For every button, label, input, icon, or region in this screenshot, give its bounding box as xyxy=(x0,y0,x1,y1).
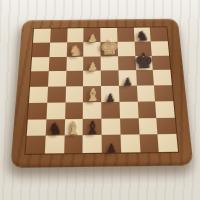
square-a3[interactable] xyxy=(28,102,47,119)
square-a2[interactable] xyxy=(27,119,47,136)
square-e3[interactable] xyxy=(101,102,120,119)
square-e8[interactable] xyxy=(100,28,117,42)
square-a8[interactable] xyxy=(33,29,51,43)
square-g7[interactable] xyxy=(134,41,152,55)
square-h1[interactable] xyxy=(158,134,178,152)
square-f5[interactable]: ♟ xyxy=(118,70,136,85)
square-g3[interactable] xyxy=(137,101,156,118)
square-a4[interactable] xyxy=(29,87,48,103)
square-h6[interactable] xyxy=(152,55,170,70)
square-f2[interactable] xyxy=(120,118,139,135)
square-b5[interactable] xyxy=(48,71,66,86)
square-b1[interactable] xyxy=(45,136,65,154)
square-b7[interactable] xyxy=(49,42,67,56)
square-a6[interactable] xyxy=(31,57,49,72)
square-d1[interactable] xyxy=(83,135,102,153)
square-h8[interactable] xyxy=(150,27,168,41)
square-d8[interactable]: ♟ xyxy=(84,28,101,42)
square-b4[interactable] xyxy=(47,86,66,102)
square-d3[interactable] xyxy=(83,102,101,119)
square-g4[interactable] xyxy=(136,85,155,101)
square-d2[interactable]: ♝ xyxy=(83,118,102,135)
square-g6[interactable]: ♚ xyxy=(135,55,153,70)
square-g2[interactable] xyxy=(138,117,158,134)
square-c3[interactable] xyxy=(65,102,84,119)
square-a7[interactable] xyxy=(32,42,50,56)
square-d5[interactable] xyxy=(83,71,101,86)
square-f4[interactable] xyxy=(119,86,138,102)
photo-background: ♟♞♞♚♟♚♟♝♟♞♝♝♟ xyxy=(0,0,200,200)
square-g1[interactable] xyxy=(139,134,159,152)
square-b3[interactable] xyxy=(46,102,65,119)
square-c4[interactable] xyxy=(65,86,83,102)
square-e6[interactable] xyxy=(101,56,119,71)
square-d6[interactable]: ♟ xyxy=(83,56,100,71)
square-h4[interactable] xyxy=(154,85,173,101)
square-g5[interactable] xyxy=(136,70,155,85)
square-f8[interactable] xyxy=(117,28,134,42)
square-b2[interactable]: ♞ xyxy=(45,119,64,136)
square-e5[interactable] xyxy=(101,71,119,86)
square-h7[interactable] xyxy=(151,41,169,55)
square-b8[interactable] xyxy=(50,28,67,42)
square-h5[interactable] xyxy=(153,70,172,85)
square-f7[interactable] xyxy=(117,41,135,55)
square-d4[interactable]: ♝ xyxy=(83,86,101,102)
square-c1[interactable] xyxy=(64,135,83,153)
board-grid: ♟♞♞♚♟♚♟♝♟♞♝♝♟ xyxy=(25,27,178,154)
square-e7[interactable]: ♚ xyxy=(100,42,117,56)
square-e1[interactable]: ♟ xyxy=(102,135,121,153)
square-d7[interactable] xyxy=(83,42,100,56)
square-f6[interactable] xyxy=(118,56,136,71)
chess-board: ♟♞♞♚♟♚♟♝♟♞♝♝♟ xyxy=(10,19,193,168)
square-a5[interactable] xyxy=(30,71,48,86)
square-c8[interactable] xyxy=(67,28,84,42)
square-h2[interactable] xyxy=(156,117,176,134)
square-f1[interactable] xyxy=(120,135,140,153)
square-g8[interactable]: ♞ xyxy=(133,27,151,41)
square-e2[interactable] xyxy=(101,118,120,135)
square-c6[interactable] xyxy=(66,56,84,71)
square-f3[interactable] xyxy=(119,101,138,118)
square-e4[interactable]: ♟ xyxy=(101,86,119,102)
square-b6[interactable] xyxy=(48,56,66,71)
square-c2[interactable]: ♝ xyxy=(64,118,83,135)
square-a1[interactable] xyxy=(25,136,45,154)
square-c7[interactable]: ♞ xyxy=(66,42,83,56)
square-h3[interactable] xyxy=(155,101,175,118)
square-c5[interactable] xyxy=(66,71,84,86)
